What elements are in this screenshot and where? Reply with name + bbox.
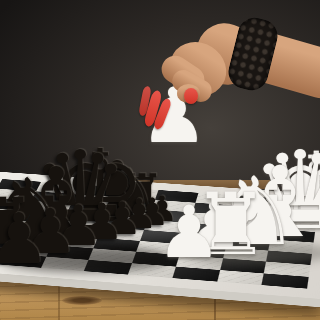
scene: ♜♞♝♛♚♝♞♜♟♟♟♟♟♟♟♟♟♟♟♟♟♟♟♜♞♝♛♚♝♞♜♟	[0, 0, 320, 320]
board-square[interactable]	[262, 273, 309, 288]
wood-knot	[62, 296, 102, 305]
thumb-nail	[184, 88, 198, 104]
black-pawn-piece[interactable]: ♟	[0, 204, 50, 274]
white-pawn-piece[interactable]: ♟	[157, 196, 222, 268]
